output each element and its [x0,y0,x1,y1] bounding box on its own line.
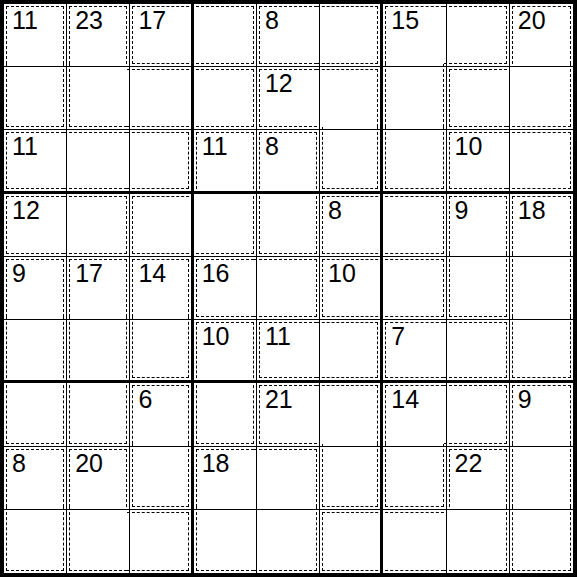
cage-sum-label: 20 [518,7,546,35]
cage-sum-label: 17 [75,260,103,288]
cell-r6c1[interactable] [4,320,67,383]
cage-sum-label: 7 [391,323,405,351]
cell-r5c1[interactable]: 9 [4,257,67,320]
cage-outline [380,512,448,571]
cage-sum-label: 9 [12,260,26,288]
cell-r8c8[interactable]: 22 [447,447,510,510]
cell-r6c5[interactable]: 11 [257,320,320,383]
cage-outline [64,132,132,188]
cell-r3c4[interactable]: 11 [194,130,257,193]
cage-outline [254,449,317,512]
cell-r5c5[interactable] [257,257,320,320]
cage-outline [322,512,383,571]
cell-r7c6[interactable] [320,383,383,446]
cage-sum-label: 9 [455,197,469,225]
cell-r8c9[interactable] [510,447,573,510]
cage-sum-label: 10 [328,260,356,288]
cell-r5c7[interactable] [383,257,446,320]
cell-r5c4[interactable]: 16 [194,257,257,320]
cell-r7c5[interactable]: 21 [257,383,320,446]
cell-r7c3[interactable]: 6 [130,383,193,446]
cell-r2c1[interactable] [4,67,67,130]
cell-r1c8[interactable] [447,4,510,67]
cell-r9c8[interactable] [447,510,510,573]
cell-r8c3[interactable] [130,447,193,510]
cage-outline [132,196,193,254]
cage-outline [449,69,512,127]
cage-sum-label: 8 [265,133,279,161]
cell-r8c7[interactable] [383,447,446,510]
cage-outline [191,69,254,127]
cell-r9c4[interactable] [194,510,257,573]
cell-r8c4[interactable]: 18 [194,447,257,510]
cage-outline [512,507,571,571]
cell-r3c7[interactable] [383,130,446,193]
cage-sum-label: 12 [12,197,40,225]
cage-outline [6,380,64,443]
cage-outline [380,259,443,317]
cage-sum-label: 16 [202,260,230,288]
cage-outline [127,132,188,188]
cage-outline [317,69,378,132]
cage-outline [385,444,443,507]
cell-r8c1[interactable]: 8 [4,447,67,510]
cage-sum-label: 10 [455,133,483,161]
cage-sum-label: 14 [391,386,419,414]
cell-r2c7[interactable] [383,67,446,130]
cell-r7c1[interactable] [4,383,67,446]
cage-outline [444,385,507,443]
cell-r9c5[interactable] [257,510,320,573]
cage-outline [69,64,132,127]
cell-r1c2[interactable]: 23 [67,4,130,67]
cell-r8c6[interactable] [320,447,383,510]
cell-r7c4[interactable] [194,383,257,446]
cell-r6c8[interactable] [447,320,510,383]
cell-r9c6[interactable] [320,510,383,573]
cage-outline [254,259,317,317]
cell-r7c9[interactable]: 9 [510,383,573,446]
cage-sum-label: 11 [265,323,291,351]
cell-r1c7[interactable]: 15 [383,4,446,67]
cage-outline [69,317,127,383]
cell-r5c2[interactable]: 17 [67,257,130,320]
cell-r4c5[interactable] [257,194,320,257]
cage-outline [317,322,378,378]
cell-r6c3[interactable] [130,320,193,383]
cage-outline [191,6,254,64]
cage-outline [449,254,507,317]
cage-outline [191,191,254,254]
cage-outline [132,317,188,378]
cell-r5c6[interactable]: 10 [320,257,383,320]
cell-r5c9[interactable] [510,257,573,320]
cage-outline [385,64,443,132]
cell-r3c9[interactable] [510,130,573,193]
cage-outline [6,317,64,383]
cage-outline [259,191,317,254]
cage-outline [69,507,132,571]
cage-sum-label: 21 [265,386,293,414]
cell-r1c5[interactable]: 8 [257,4,320,67]
cell-r2c5[interactable]: 12 [257,67,320,130]
cage-outline [385,127,443,188]
cell-r8c2[interactable]: 20 [67,447,130,510]
cage-outline [132,444,188,507]
cage-sum-label: 11 [202,133,228,161]
cage-sum-label: 12 [265,70,293,98]
cage-outline [444,322,507,378]
cell-r9c2[interactable] [67,510,130,573]
cage-outline [317,6,378,64]
cell-r2c3[interactable] [130,67,193,130]
cell-r6c7[interactable]: 7 [383,320,446,383]
cage-outline [6,64,64,127]
cell-r9c3[interactable] [130,510,193,573]
cage-outline [507,132,571,188]
cage-sum-label: 8 [265,7,279,35]
cage-sum-label: 22 [455,450,483,478]
cage-outline [127,69,193,127]
cage-sum-label: 14 [138,260,166,288]
cage-outline [127,512,188,571]
cage-outline [380,196,443,254]
cage-outline [512,317,571,378]
cage-outline [512,254,571,322]
cell-r3c6[interactable] [320,130,383,193]
cage-sum-label: 10 [202,323,230,351]
cell-r9c9[interactable] [510,510,573,573]
cell-r9c7[interactable] [383,510,446,573]
cell-r7c7[interactable]: 14 [383,383,446,446]
cage-outline [69,380,127,443]
cage-outline [6,507,64,571]
cell-r4c1[interactable]: 12 [4,194,67,257]
cell-r3c5[interactable]: 8 [257,130,320,193]
cage-sum-label: 23 [75,7,103,35]
cage-sum-label: 11 [12,133,38,161]
cell-r3c1[interactable]: 11 [4,130,67,193]
killer-sudoku-board: 1123178152012111181012891891714161010117… [0,0,577,577]
cell-r6c6[interactable] [320,320,383,383]
cell-r4c7[interactable] [383,194,446,257]
page: 1123178152012111181012891891714161010117… [0,0,577,577]
cell-r7c2[interactable] [67,383,130,446]
cage-outline [507,64,571,127]
cage-sum-label: 8 [328,197,342,225]
cell-r3c3[interactable] [130,130,193,193]
cage-outline [322,444,378,507]
cell-r6c9[interactable] [510,320,573,383]
cell-r5c8[interactable] [447,257,510,320]
cell-r6c2[interactable] [67,320,130,383]
cage-sum-label: 18 [202,450,230,478]
cell-r1c9[interactable]: 20 [510,4,573,67]
cage-outline [196,507,259,571]
cage-outline [196,380,254,443]
cell-r1c6[interactable] [320,4,383,67]
cage-sum-label: 11 [12,7,38,35]
cell-r8c5[interactable] [257,447,320,510]
cage-sum-label: 8 [12,450,26,478]
cage-outline [444,6,507,64]
cell-r2c8[interactable] [447,67,510,130]
cell-r4c4[interactable] [194,194,257,257]
cage-outline [444,507,507,571]
cage-sum-label: 15 [391,7,419,35]
cage-outline [317,385,378,448]
cell-r2c9[interactable] [510,67,573,130]
cell-r5c3[interactable]: 14 [130,257,193,320]
cell-r2c4[interactable] [194,67,257,130]
cage-outline [512,444,571,512]
cell-r1c4[interactable] [194,4,257,67]
cage-sum-label: 20 [75,450,103,478]
cell-r2c2[interactable] [67,67,130,130]
cage-sum-label: 9 [518,386,532,414]
cage-sum-label: 17 [138,7,166,35]
cell-r4c8[interactable]: 9 [447,194,510,257]
cell-r3c8[interactable]: 10 [447,130,510,193]
cell-r4c3[interactable] [130,194,193,257]
cage-outline [64,196,127,254]
cage-outline [322,127,378,188]
cage-outline [254,507,317,571]
cell-r1c3[interactable]: 17 [130,4,193,67]
cell-r3c2[interactable] [67,130,130,193]
cell-r6c4[interactable]: 10 [194,320,257,383]
cell-r7c8[interactable] [447,383,510,446]
cage-sum-label: 18 [518,197,546,225]
cell-r2c6[interactable] [320,67,383,130]
cell-r1c1[interactable]: 11 [4,4,67,67]
cage-sum-label: 6 [138,386,152,414]
cell-r4c9[interactable]: 18 [510,194,573,257]
cell-r4c6[interactable]: 8 [320,194,383,257]
cell-r9c1[interactable] [4,510,67,573]
cell-r4c2[interactable] [67,194,130,257]
